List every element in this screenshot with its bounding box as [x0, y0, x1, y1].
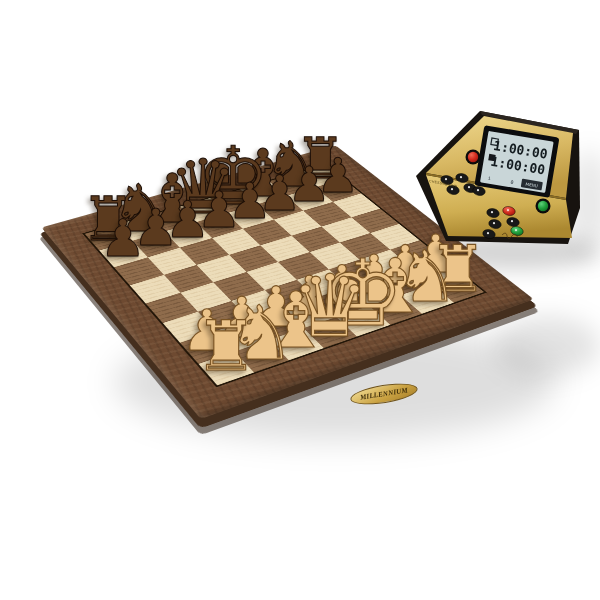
board-side-shadow	[495, 316, 600, 376]
clock-lcd-group: 1:00:00 1:00:00 i 0 MENU	[474, 125, 559, 198]
product-photo-scene: { "game": "chess", "scene": {"background…	[0, 0, 600, 600]
chess-clock-unit: 1:00:00 1:00:00 i 0 MENU CHESSGENIUS	[396, 94, 596, 260]
piece-white-rook-a1[interactable]: ♜	[195, 313, 257, 382]
green-button[interactable]	[538, 201, 548, 211]
red-button[interactable]	[468, 152, 478, 162]
piece-black-pawn-a7[interactable]: ♟	[100, 213, 146, 264]
millennium-nameplate: MILLENNIUM	[349, 380, 419, 408]
